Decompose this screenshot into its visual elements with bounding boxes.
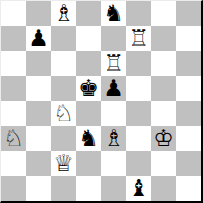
square-e5[interactable]: ♟ (101, 76, 126, 101)
square-e2[interactable] (101, 151, 126, 176)
square-a6[interactable] (1, 51, 26, 76)
square-d7[interactable] (76, 26, 101, 51)
square-b1[interactable] (26, 176, 51, 201)
square-d1[interactable] (76, 176, 101, 201)
square-b7[interactable]: ♟ (26, 26, 51, 51)
square-c7[interactable] (51, 26, 76, 51)
square-c6[interactable] (51, 51, 76, 76)
square-f4[interactable] (126, 101, 151, 126)
square-a4[interactable] (1, 101, 26, 126)
square-f5[interactable] (126, 76, 151, 101)
square-b3[interactable] (26, 126, 51, 151)
square-c1[interactable] (51, 176, 76, 201)
square-h2[interactable] (176, 151, 201, 176)
square-g5[interactable] (151, 76, 176, 101)
square-h7[interactable] (176, 26, 201, 51)
square-h5[interactable] (176, 76, 201, 101)
square-b4[interactable] (26, 101, 51, 126)
square-f2[interactable] (126, 151, 151, 176)
white-bishop: ♗ (103, 126, 124, 151)
square-c2[interactable]: ♕ (51, 151, 76, 176)
square-d5[interactable]: ♚ (76, 76, 101, 101)
square-g1[interactable] (151, 176, 176, 201)
square-a3[interactable]: ♘ (1, 126, 26, 151)
white-knight: ♘ (3, 126, 24, 151)
square-e1[interactable] (101, 176, 126, 201)
square-c8[interactable]: ♗ (51, 1, 76, 26)
square-g4[interactable] (151, 101, 176, 126)
square-g8[interactable] (151, 1, 176, 26)
square-b5[interactable] (26, 76, 51, 101)
white-knight: ♘ (53, 101, 74, 126)
square-h3[interactable] (176, 126, 201, 151)
black-knight: ♞ (78, 126, 99, 151)
square-g6[interactable] (151, 51, 176, 76)
square-b8[interactable] (26, 1, 51, 26)
chess-board: ♗♞♟♖♖♚♟♘♘♞♗♔♕♝ (1, 1, 201, 201)
square-b6[interactable] (26, 51, 51, 76)
square-f1[interactable]: ♝ (126, 176, 151, 201)
square-a2[interactable] (1, 151, 26, 176)
board-frame: ♗♞♟♖♖♚♟♘♘♞♗♔♕♝ (0, 0, 203, 203)
square-e6[interactable]: ♖ (101, 51, 126, 76)
black-king: ♚ (78, 76, 99, 101)
square-h4[interactable] (176, 101, 201, 126)
square-c3[interactable] (51, 126, 76, 151)
white-queen: ♕ (53, 151, 74, 176)
square-f7[interactable]: ♖ (126, 26, 151, 51)
square-d2[interactable] (76, 151, 101, 176)
black-pawn: ♟ (103, 76, 124, 101)
square-g2[interactable] (151, 151, 176, 176)
black-knight: ♞ (103, 1, 124, 26)
square-h1[interactable] (176, 176, 201, 201)
white-rook: ♖ (128, 26, 149, 51)
square-e8[interactable]: ♞ (101, 1, 126, 26)
white-king: ♔ (153, 126, 174, 151)
square-f6[interactable] (126, 51, 151, 76)
square-e7[interactable] (101, 26, 126, 51)
square-d3[interactable]: ♞ (76, 126, 101, 151)
square-f8[interactable] (126, 1, 151, 26)
white-rook: ♖ (103, 51, 124, 76)
square-c5[interactable] (51, 76, 76, 101)
square-d4[interactable] (76, 101, 101, 126)
square-g7[interactable] (151, 26, 176, 51)
square-a5[interactable] (1, 76, 26, 101)
black-bishop: ♝ (128, 176, 149, 201)
square-f3[interactable] (126, 126, 151, 151)
square-b2[interactable] (26, 151, 51, 176)
square-a8[interactable] (1, 1, 26, 26)
white-bishop: ♗ (53, 1, 74, 26)
square-a1[interactable] (1, 176, 26, 201)
square-a7[interactable] (1, 26, 26, 51)
square-g3[interactable]: ♔ (151, 126, 176, 151)
square-d6[interactable] (76, 51, 101, 76)
square-e4[interactable] (101, 101, 126, 126)
square-h6[interactable] (176, 51, 201, 76)
square-h8[interactable] (176, 1, 201, 26)
square-c4[interactable]: ♘ (51, 101, 76, 126)
square-e3[interactable]: ♗ (101, 126, 126, 151)
square-d8[interactable] (76, 1, 101, 26)
black-pawn: ♟ (28, 26, 49, 51)
